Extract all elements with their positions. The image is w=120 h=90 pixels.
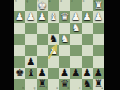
white-queen-d2[interactable]: ♛ bbox=[59, 11, 70, 22]
black-rook-a8[interactable]: ♜ bbox=[93, 79, 104, 90]
black-knight-e4[interactable]: ♞ bbox=[48, 34, 59, 45]
square-a1[interactable]: a♜ bbox=[93, 0, 104, 11]
square-d2[interactable]: ♛ bbox=[59, 11, 70, 22]
file-label-top-b: b bbox=[83, 0, 85, 3]
white-king-f1[interactable]: ♚ bbox=[37, 0, 48, 11]
file-label-bottom-b: b bbox=[90, 87, 92, 90]
square-c5[interactable] bbox=[70, 45, 81, 56]
square-e5[interactable]: ♟ bbox=[48, 45, 59, 56]
square-h4[interactable] bbox=[14, 34, 25, 45]
white-pawn-h2[interactable]: ♟ bbox=[14, 11, 25, 22]
white-pawn-g2[interactable]: ♟ bbox=[25, 11, 36, 22]
left-letterbox-bar bbox=[0, 0, 14, 90]
square-e3[interactable] bbox=[48, 23, 59, 34]
square-b5[interactable] bbox=[82, 45, 93, 56]
square-a6[interactable] bbox=[93, 56, 104, 67]
square-a4[interactable] bbox=[93, 34, 104, 45]
square-d5[interactable] bbox=[59, 45, 70, 56]
square-a2[interactable]: ♟ bbox=[93, 11, 104, 22]
white-bishop-e2[interactable]: ♝ bbox=[48, 11, 59, 22]
square-f2[interactable]: ♟ bbox=[37, 11, 48, 22]
square-d6[interactable] bbox=[59, 56, 70, 67]
file-label-top-a: a bbox=[94, 0, 96, 3]
square-g3[interactable] bbox=[25, 23, 36, 34]
square-g7[interactable]: ♝ bbox=[25, 68, 36, 79]
right-letterbox-bar bbox=[104, 0, 120, 90]
white-rook-a1[interactable]: ♜ bbox=[93, 0, 104, 11]
square-c7[interactable]: ♟ bbox=[70, 68, 81, 79]
square-g6[interactable]: ♟ bbox=[25, 56, 36, 67]
black-rook-f8[interactable]: ♜ bbox=[37, 79, 48, 90]
chess-board[interactable]: hgf♚edcba♜♟♟♟♝♛♟♟♟♞♞♞♟♟♚♝♟♟♟♟♟hgf♜ed♛cb♞… bbox=[14, 0, 104, 90]
square-h1[interactable]: h bbox=[14, 0, 25, 11]
square-c8[interactable]: c bbox=[70, 79, 81, 90]
square-d7[interactable]: ♟ bbox=[59, 68, 70, 79]
video-frame: hgf♚edcba♜♟♟♟♝♛♟♟♟♞♞♞♟♟♚♝♟♟♟♟♟hgf♜ed♛cb♞… bbox=[0, 0, 120, 90]
square-h7[interactable]: ♚ bbox=[14, 68, 25, 79]
square-c4[interactable] bbox=[70, 34, 81, 45]
white-pawn-b2[interactable]: ♟ bbox=[82, 11, 93, 22]
black-bishop-g7[interactable]: ♝ bbox=[25, 68, 36, 79]
white-pawn-a2[interactable]: ♟ bbox=[93, 11, 104, 22]
file-label-top-e: e bbox=[49, 0, 51, 3]
square-g8[interactable]: g bbox=[25, 79, 36, 90]
square-c2[interactable]: ♟ bbox=[70, 11, 81, 22]
black-knight-b8[interactable]: ♞ bbox=[82, 79, 93, 90]
square-a3[interactable] bbox=[93, 23, 104, 34]
square-f8[interactable]: f♜ bbox=[37, 79, 48, 90]
square-f7[interactable]: ♟ bbox=[37, 68, 48, 79]
square-e7[interactable] bbox=[48, 68, 59, 79]
black-pawn-a7[interactable]: ♟ bbox=[93, 68, 104, 79]
square-f5[interactable] bbox=[37, 45, 48, 56]
square-b7[interactable]: ♟ bbox=[82, 68, 93, 79]
square-h3[interactable] bbox=[14, 23, 25, 34]
square-g5[interactable] bbox=[25, 45, 36, 56]
square-a8[interactable]: a♜ bbox=[93, 79, 104, 90]
square-c1[interactable]: c bbox=[70, 0, 81, 11]
square-h5[interactable] bbox=[14, 45, 25, 56]
square-f3[interactable] bbox=[37, 23, 48, 34]
square-b4[interactable] bbox=[82, 34, 93, 45]
square-d1[interactable]: d bbox=[59, 0, 70, 11]
square-h8[interactable]: h bbox=[14, 79, 25, 90]
square-e1[interactable]: e bbox=[48, 0, 59, 11]
square-c3[interactable]: ♞ bbox=[70, 23, 81, 34]
file-label-bottom-d: d bbox=[67, 87, 69, 90]
square-f1[interactable]: f♚ bbox=[37, 0, 48, 11]
file-label-top-c: c bbox=[71, 0, 73, 3]
file-label-bottom-a: a bbox=[101, 87, 103, 90]
black-pawn-c7[interactable]: ♟ bbox=[70, 68, 81, 79]
black-pawn-b7[interactable]: ♟ bbox=[82, 68, 93, 79]
square-e8[interactable]: e bbox=[48, 79, 59, 90]
file-label-top-h: h bbox=[15, 0, 17, 3]
square-a5[interactable] bbox=[93, 45, 104, 56]
square-d4[interactable]: ♞ bbox=[59, 34, 70, 45]
file-label-bottom-g: g bbox=[34, 87, 36, 90]
square-h6[interactable] bbox=[14, 56, 25, 67]
white-knight-c3[interactable]: ♞ bbox=[70, 23, 81, 34]
square-b3[interactable] bbox=[82, 23, 93, 34]
square-h2[interactable]: ♟ bbox=[14, 11, 25, 22]
square-f6[interactable] bbox=[37, 56, 48, 67]
square-c6[interactable] bbox=[70, 56, 81, 67]
file-label-bottom-c: c bbox=[79, 87, 81, 90]
square-b2[interactable]: ♟ bbox=[82, 11, 93, 22]
black-queen-d8[interactable]: ♛ bbox=[59, 79, 70, 90]
square-a7[interactable]: ♟ bbox=[93, 68, 104, 79]
white-pawn-c2[interactable]: ♟ bbox=[70, 11, 81, 22]
square-g4[interactable] bbox=[25, 34, 36, 45]
file-label-top-d: d bbox=[60, 0, 62, 3]
square-f4[interactable] bbox=[37, 34, 48, 45]
white-pawn-f2[interactable]: ♟ bbox=[37, 11, 48, 22]
file-label-top-g: g bbox=[26, 0, 28, 3]
square-b1[interactable]: b bbox=[82, 0, 93, 11]
square-d3[interactable] bbox=[59, 23, 70, 34]
black-pawn-f7[interactable]: ♟ bbox=[37, 68, 48, 79]
square-b6[interactable] bbox=[82, 56, 93, 67]
square-g2[interactable]: ♟ bbox=[25, 11, 36, 22]
square-g1[interactable]: g bbox=[25, 0, 36, 11]
square-d8[interactable]: d♛ bbox=[59, 79, 70, 90]
file-label-top-f: f bbox=[38, 0, 39, 3]
square-e6[interactable] bbox=[48, 56, 59, 67]
white-pawn-e5[interactable]: ♟ bbox=[48, 45, 59, 56]
square-e2[interactable]: ♝ bbox=[48, 11, 59, 22]
black-pawn-d7[interactable]: ♟ bbox=[59, 68, 70, 79]
black-pawn-g6[interactable]: ♟ bbox=[25, 56, 36, 67]
file-label-bottom-h: h bbox=[22, 87, 24, 90]
black-king-h7[interactable]: ♚ bbox=[14, 68, 25, 79]
white-knight-d4[interactable]: ♞ bbox=[59, 34, 70, 45]
file-label-bottom-e: e bbox=[56, 87, 58, 90]
square-b8[interactable]: b♞ bbox=[82, 79, 93, 90]
file-label-bottom-f: f bbox=[46, 87, 47, 90]
square-e4[interactable]: ♞ bbox=[48, 34, 59, 45]
